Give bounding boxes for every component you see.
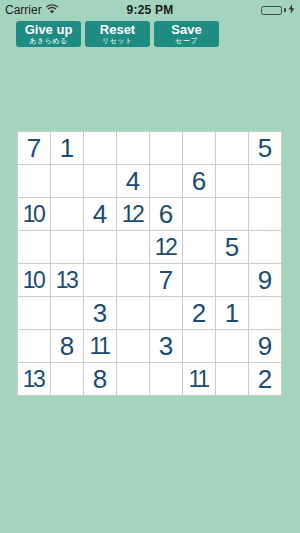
cell-r5c7[interactable]: [216, 264, 248, 296]
toolbar: Give up あきらめる Reset リセット Save セーブ: [16, 21, 219, 47]
cell-r5c6[interactable]: [183, 264, 215, 296]
battery-nub: [284, 8, 286, 12]
cell-r2c2[interactable]: [51, 165, 83, 197]
cell-r2c4[interactable]: 4: [117, 165, 149, 197]
give-up-button[interactable]: Give up あきらめる: [16, 21, 81, 47]
reset-button[interactable]: Reset リセット: [85, 21, 150, 47]
cell-r1c8[interactable]: 5: [249, 132, 281, 164]
cell-r1c2[interactable]: 1: [51, 132, 83, 164]
cell-r4c1[interactable]: [18, 231, 50, 263]
status-bar: Carrier 9:25 PM: [0, 0, 300, 20]
wifi-icon: [46, 3, 58, 17]
cell-r8c5[interactable]: [150, 363, 182, 395]
cell-r2c8[interactable]: [249, 165, 281, 197]
cell-r6c4[interactable]: [117, 297, 149, 329]
cell-r8c1[interactable]: 13: [18, 363, 50, 395]
cell-r1c6[interactable]: [183, 132, 215, 164]
cell-r6c5[interactable]: [150, 297, 182, 329]
cell-r7c4[interactable]: [117, 330, 149, 362]
cell-r7c7[interactable]: [216, 330, 248, 362]
cell-r6c7[interactable]: 1: [216, 297, 248, 329]
save-button[interactable]: Save セーブ: [154, 21, 219, 47]
cell-r7c8[interactable]: 9: [249, 330, 281, 362]
cell-r5c5[interactable]: 7: [150, 264, 182, 296]
cell-r6c8[interactable]: [249, 297, 281, 329]
cell-r2c5[interactable]: [150, 165, 182, 197]
cell-r3c5[interactable]: 6: [150, 198, 182, 230]
cell-r4c8[interactable]: [249, 231, 281, 263]
cell-r8c8[interactable]: 2: [249, 363, 281, 395]
cell-r4c5[interactable]: 12: [150, 231, 182, 263]
cell-r3c7[interactable]: [216, 198, 248, 230]
cell-r4c6[interactable]: [183, 231, 215, 263]
cell-r1c1[interactable]: 7: [18, 132, 50, 164]
battery-icon: [261, 6, 282, 15]
cell-r4c3[interactable]: [84, 231, 116, 263]
cell-r4c2[interactable]: [51, 231, 83, 263]
clock: 9:25 PM: [105, 3, 195, 17]
cell-r8c4[interactable]: [117, 363, 149, 395]
cell-r4c4[interactable]: [117, 231, 149, 263]
cell-r1c7[interactable]: [216, 132, 248, 164]
cell-r3c2[interactable]: [51, 198, 83, 230]
cell-r8c7[interactable]: [216, 363, 248, 395]
cell-r6c1[interactable]: [18, 297, 50, 329]
cell-r5c4[interactable]: [117, 264, 149, 296]
cell-r5c3[interactable]: [84, 264, 116, 296]
cell-r8c2[interactable]: [51, 363, 83, 395]
carrier-label: Carrier: [5, 3, 42, 17]
cell-r2c1[interactable]: [18, 165, 50, 197]
cell-r8c6[interactable]: 11: [183, 363, 215, 395]
save-label: Save: [171, 23, 201, 37]
cell-r3c4[interactable]: 12: [117, 198, 149, 230]
cell-r6c3[interactable]: 3: [84, 297, 116, 329]
cell-r3c3[interactable]: 4: [84, 198, 116, 230]
cell-r4c7[interactable]: 5: [216, 231, 248, 263]
cell-r7c2[interactable]: 8: [51, 330, 83, 362]
cell-r3c1[interactable]: 10: [18, 198, 50, 230]
cell-r6c2[interactable]: [51, 297, 83, 329]
cell-r2c7[interactable]: [216, 165, 248, 197]
cell-r1c3[interactable]: [84, 132, 116, 164]
cell-r5c1[interactable]: 10: [18, 264, 50, 296]
cell-r7c5[interactable]: 3: [150, 330, 182, 362]
cell-r5c2[interactable]: 13: [51, 264, 83, 296]
reset-sublabel: リセット: [102, 37, 133, 45]
give-up-label: Give up: [25, 23, 73, 37]
give-up-sublabel: あきらめる: [29, 37, 67, 45]
cell-r2c3[interactable]: [84, 165, 116, 197]
cell-r7c6[interactable]: [183, 330, 215, 362]
save-sublabel: セーブ: [175, 37, 198, 45]
cell-r3c6[interactable]: [183, 198, 215, 230]
cell-r6c6[interactable]: 2: [183, 297, 215, 329]
cell-r7c1[interactable]: [18, 330, 50, 362]
cell-r1c5[interactable]: [150, 132, 182, 164]
cell-r3c8[interactable]: [249, 198, 281, 230]
cell-r8c3[interactable]: 8: [84, 363, 116, 395]
cell-r2c6[interactable]: 6: [183, 165, 215, 197]
cell-r7c3[interactable]: 11: [84, 330, 116, 362]
cell-r5c8[interactable]: 9: [249, 264, 281, 296]
cell-r1c4[interactable]: [117, 132, 149, 164]
reset-label: Reset: [100, 23, 135, 37]
charging-bolt-icon: [288, 3, 295, 17]
numberlink-board: 7154610412612510137932181139138112: [17, 131, 282, 396]
